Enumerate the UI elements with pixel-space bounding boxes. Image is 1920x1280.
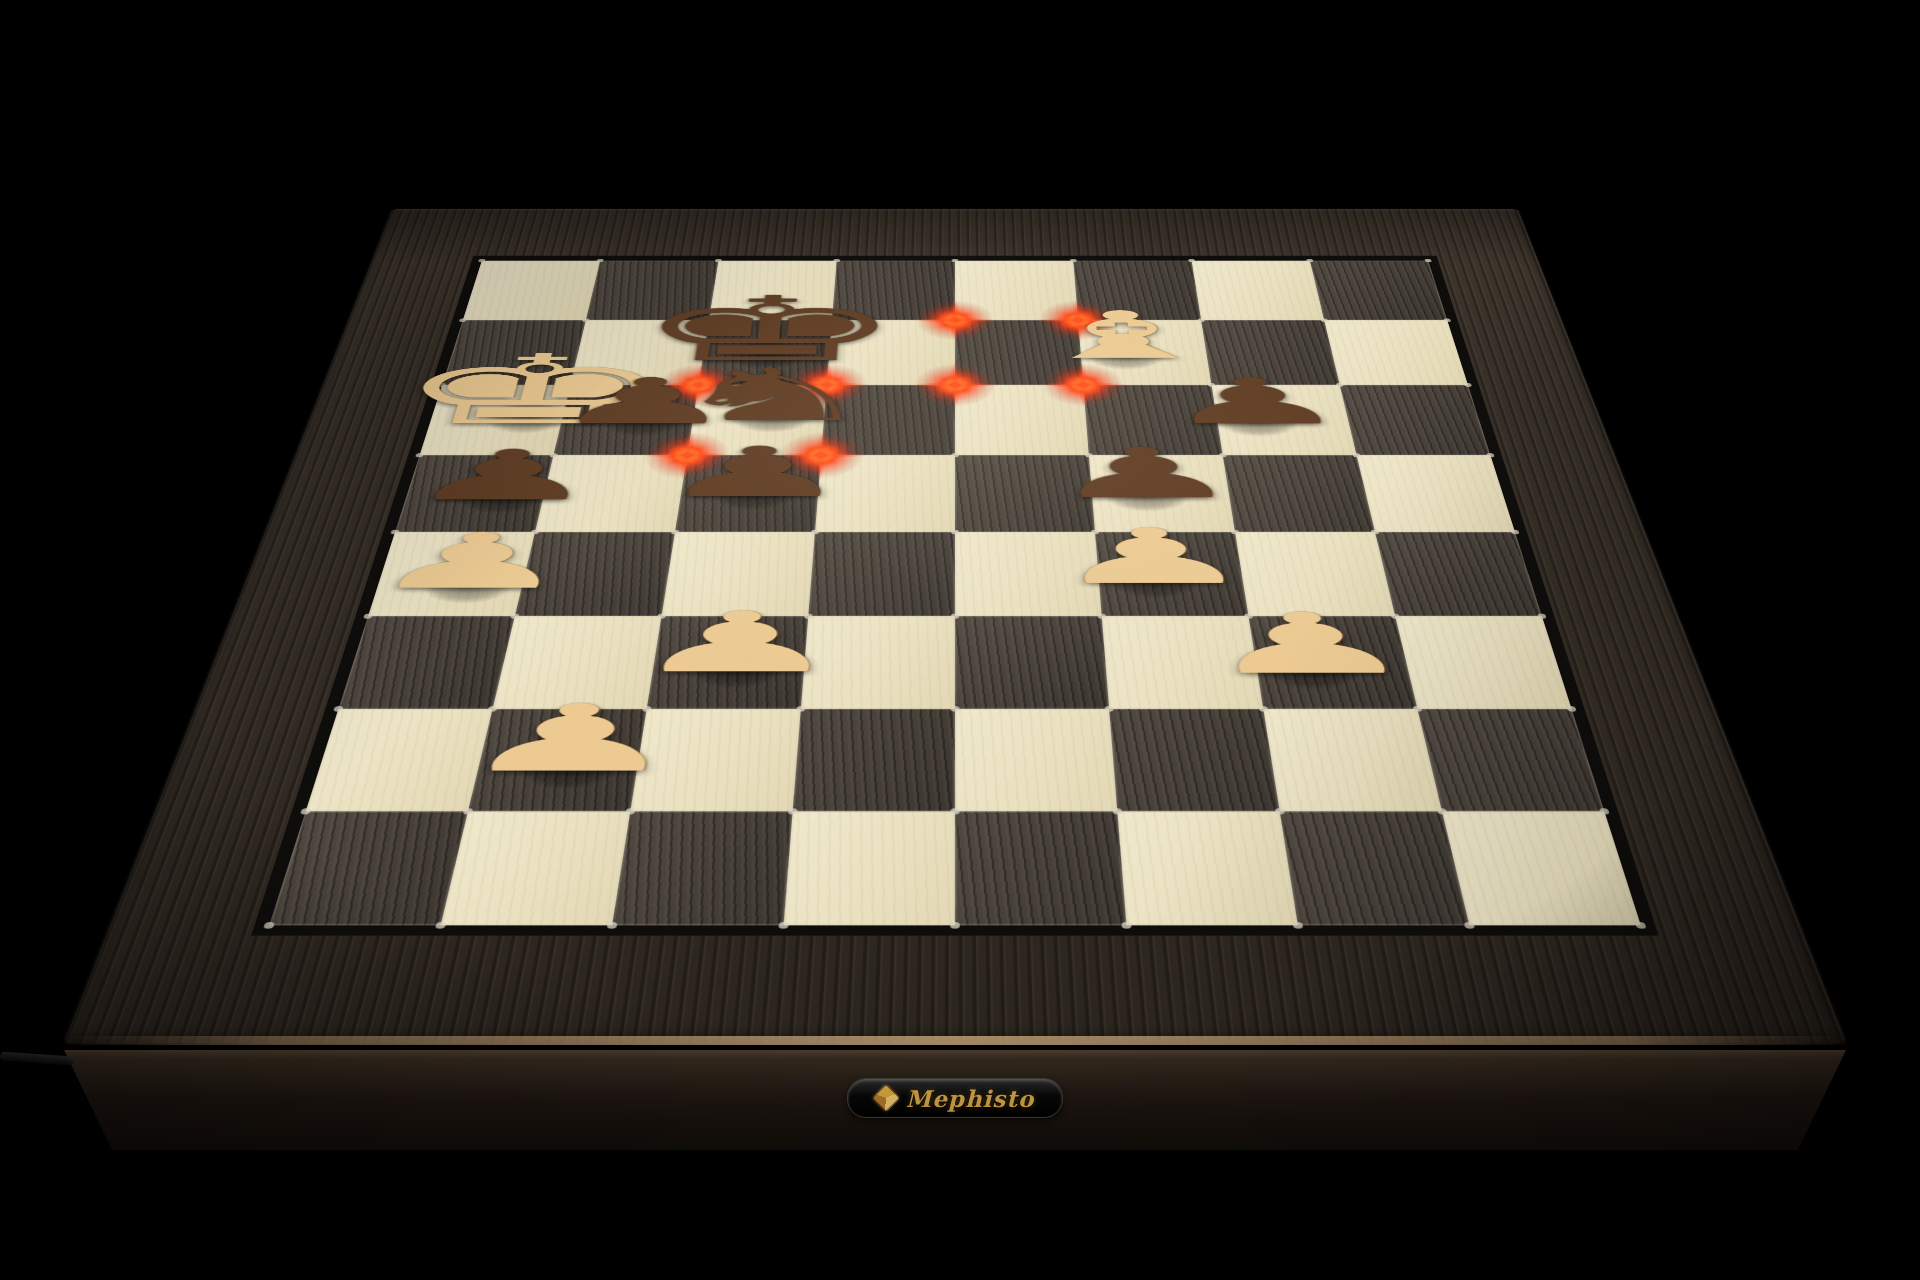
led-hole — [1464, 383, 1473, 387]
white-king-glyph: ♚ — [374, 342, 686, 439]
led-hole — [1070, 259, 1077, 262]
led-hole — [1424, 259, 1432, 262]
square-h3 — [1395, 616, 1571, 709]
square-h7 — [1324, 320, 1468, 385]
led-hole — [1352, 453, 1361, 457]
black-pawn-glyph: ♟ — [1157, 370, 1355, 433]
led-hole — [951, 383, 958, 387]
square-f3 — [1102, 616, 1264, 709]
led-hole — [951, 453, 959, 457]
black-pawn-glyph: ♟ — [398, 441, 612, 510]
black-pawn-glyph: ♟ — [654, 438, 857, 507]
front-edge-highlight — [64, 1036, 1846, 1045]
mephisto-logo-icon — [872, 1084, 900, 1112]
black-pawn-glyph: ♟ — [1045, 439, 1248, 508]
square-b3 — [493, 616, 662, 709]
mephisto-logo: Mephisto — [847, 1078, 1063, 1118]
photo-stage: ♚♝♚♟♞♟♟♟♟♟♟♟♟♟ Mephisto — [0, 0, 1920, 1280]
square-e3 — [955, 616, 1109, 709]
led-hole — [951, 318, 958, 322]
square-a3 — [338, 616, 514, 709]
square-g3 — [1248, 616, 1417, 709]
square-d3 — [801, 616, 955, 709]
led-hole — [1188, 259, 1195, 262]
square-h8 — [1310, 261, 1447, 321]
led-hole — [952, 259, 959, 262]
white-bishop-glyph: ♝ — [1021, 303, 1229, 368]
square-h6 — [1340, 385, 1491, 455]
mephisto-logo-text: Mephisto — [906, 1085, 1035, 1112]
square-c3 — [647, 616, 809, 709]
led-hole — [1443, 318, 1451, 322]
led-hole — [1306, 259, 1314, 262]
led-hole — [1486, 453, 1495, 457]
led-hole — [1320, 318, 1328, 322]
square-h5 — [1357, 455, 1515, 532]
square-a8 — [463, 261, 600, 321]
led-hole — [1079, 383, 1087, 387]
chessboard: ♚♝♚♟♞♟♟♟♟♟♟♟♟♟ — [63, 209, 1846, 1043]
